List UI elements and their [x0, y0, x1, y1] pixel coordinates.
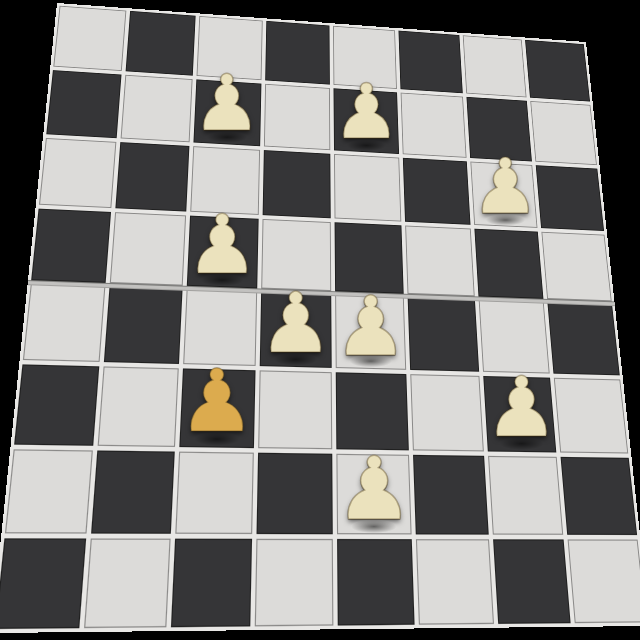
- board-photo: ♟♟♟♟♟♟♟♟♟: [0, 0, 640, 640]
- white-pawn-c7[interactable]: ♟: [192, 65, 262, 143]
- white-pawn-c5[interactable]: ♟: [185, 204, 258, 286]
- white-pawn-d4[interactable]: ♟: [259, 282, 334, 365]
- white-pawn-g3[interactable]: ♟: [484, 366, 559, 449]
- white-pawn-e4[interactable]: ♟: [334, 284, 408, 367]
- piece-layer: ♟♟♟♟♟♟♟♟♟: [0, 0, 640, 640]
- white-pawn-g6[interactable]: ♟: [471, 149, 540, 226]
- white-pawn-e7[interactable]: ♟: [332, 74, 400, 150]
- white-pawn-e2[interactable]: ♟: [335, 445, 413, 532]
- white-pawn-c3[interactable]: ♟: [178, 358, 256, 445]
